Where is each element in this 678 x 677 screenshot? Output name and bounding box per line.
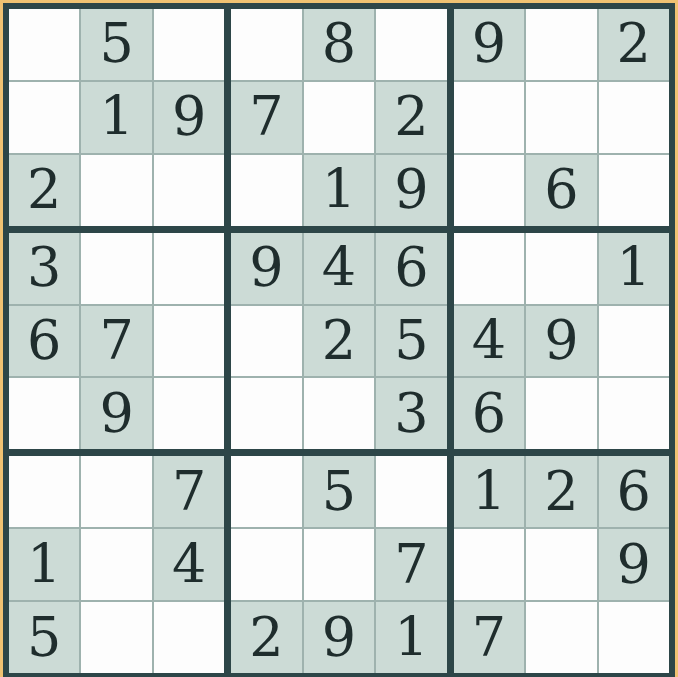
block-4: 3679 xyxy=(9,233,224,450)
cell-r9c2[interactable] xyxy=(81,602,151,673)
cell-r5c3[interactable] xyxy=(154,306,224,377)
cell-r4c4: 9 xyxy=(231,233,301,304)
cell-r4c5: 4 xyxy=(304,233,374,304)
cell-r3c9[interactable] xyxy=(599,155,669,226)
cell-r4c8[interactable] xyxy=(526,233,596,304)
cell-r4c1: 3 xyxy=(9,233,79,304)
cell-r8c7[interactable] xyxy=(454,529,524,600)
block-9: 12697 xyxy=(454,456,669,673)
cell-r3c7[interactable] xyxy=(454,155,524,226)
cell-r7c7: 1 xyxy=(454,456,524,527)
cell-r1c6[interactable] xyxy=(376,9,446,80)
cell-r1c3[interactable] xyxy=(154,9,224,80)
cell-r6c7: 6 xyxy=(454,378,524,449)
cell-r7c2[interactable] xyxy=(81,456,151,527)
cell-r2c1[interactable] xyxy=(9,82,79,153)
cell-r5c1: 6 xyxy=(9,306,79,377)
cell-r7c6[interactable] xyxy=(376,456,446,527)
block-1: 5192 xyxy=(9,9,224,226)
cell-r3c1: 2 xyxy=(9,155,79,226)
cell-r6c8[interactable] xyxy=(526,378,596,449)
cell-r5c4[interactable] xyxy=(231,306,301,377)
cell-r2c2: 1 xyxy=(81,82,151,153)
cell-r9c8[interactable] xyxy=(526,602,596,673)
cell-r1c4[interactable] xyxy=(231,9,301,80)
cell-r1c9: 2 xyxy=(599,9,669,80)
cell-r8c6: 7 xyxy=(376,529,446,600)
cell-r1c2: 5 xyxy=(81,9,151,80)
block-6: 1496 xyxy=(454,233,669,450)
cell-r8c8[interactable] xyxy=(526,529,596,600)
block-7: 7145 xyxy=(9,456,224,673)
cell-r8c3: 4 xyxy=(154,529,224,600)
cell-r3c4[interactable] xyxy=(231,155,301,226)
cell-r9c6: 1 xyxy=(376,602,446,673)
cell-r9c3[interactable] xyxy=(154,602,224,673)
cell-r1c5: 8 xyxy=(304,9,374,80)
cell-r2c5[interactable] xyxy=(304,82,374,153)
cell-r8c4[interactable] xyxy=(231,529,301,600)
cell-r7c4[interactable] xyxy=(231,456,301,527)
cell-r4c3[interactable] xyxy=(154,233,224,304)
cell-r6c5[interactable] xyxy=(304,378,374,449)
cell-r2c6: 2 xyxy=(376,82,446,153)
cell-r8c1: 1 xyxy=(9,529,79,600)
cell-r1c7: 9 xyxy=(454,9,524,80)
cell-r5c7: 4 xyxy=(454,306,524,377)
cell-r3c3[interactable] xyxy=(154,155,224,226)
cell-r6c2: 9 xyxy=(81,378,151,449)
outer-frame: 5192872199263679946253149671455729112697 xyxy=(0,0,678,677)
cell-r6c6: 3 xyxy=(376,378,446,449)
cell-r5c8: 9 xyxy=(526,306,596,377)
cell-r8c9: 9 xyxy=(599,529,669,600)
cell-r6c1[interactable] xyxy=(9,378,79,449)
cell-r8c2[interactable] xyxy=(81,529,151,600)
cell-r2c8[interactable] xyxy=(526,82,596,153)
cell-r1c1[interactable] xyxy=(9,9,79,80)
cell-r9c9[interactable] xyxy=(599,602,669,673)
cell-r5c9[interactable] xyxy=(599,306,669,377)
cell-r9c4: 2 xyxy=(231,602,301,673)
cell-r3c8: 6 xyxy=(526,155,596,226)
cell-r4c6: 6 xyxy=(376,233,446,304)
cell-r2c7[interactable] xyxy=(454,82,524,153)
cell-r2c4: 7 xyxy=(231,82,301,153)
cell-r5c6: 5 xyxy=(376,306,446,377)
cell-r7c3: 7 xyxy=(154,456,224,527)
cell-r9c7: 7 xyxy=(454,602,524,673)
cell-r6c4[interactable] xyxy=(231,378,301,449)
block-8: 57291 xyxy=(231,456,446,673)
cell-r2c3: 9 xyxy=(154,82,224,153)
cell-r4c2[interactable] xyxy=(81,233,151,304)
block-5: 946253 xyxy=(231,233,446,450)
cell-r7c5: 5 xyxy=(304,456,374,527)
cell-r9c1: 5 xyxy=(9,602,79,673)
cell-r7c1[interactable] xyxy=(9,456,79,527)
cell-r1c8[interactable] xyxy=(526,9,596,80)
block-3: 926 xyxy=(454,9,669,226)
cell-r2c9[interactable] xyxy=(599,82,669,153)
cell-r3c5: 1 xyxy=(304,155,374,226)
cell-r8c5[interactable] xyxy=(304,529,374,600)
cell-r7c9: 6 xyxy=(599,456,669,527)
cell-r3c2[interactable] xyxy=(81,155,151,226)
block-2: 87219 xyxy=(231,9,446,226)
cell-r6c9[interactable] xyxy=(599,378,669,449)
cell-r5c5: 2 xyxy=(304,306,374,377)
sudoku-board: 5192872199263679946253149671455729112697 xyxy=(3,3,675,677)
cell-r4c9: 1 xyxy=(599,233,669,304)
cell-r5c2: 7 xyxy=(81,306,151,377)
cell-r3c6: 9 xyxy=(376,155,446,226)
cell-r9c5: 9 xyxy=(304,602,374,673)
cell-r7c8: 2 xyxy=(526,456,596,527)
cell-r6c3[interactable] xyxy=(154,378,224,449)
cell-r4c7[interactable] xyxy=(454,233,524,304)
